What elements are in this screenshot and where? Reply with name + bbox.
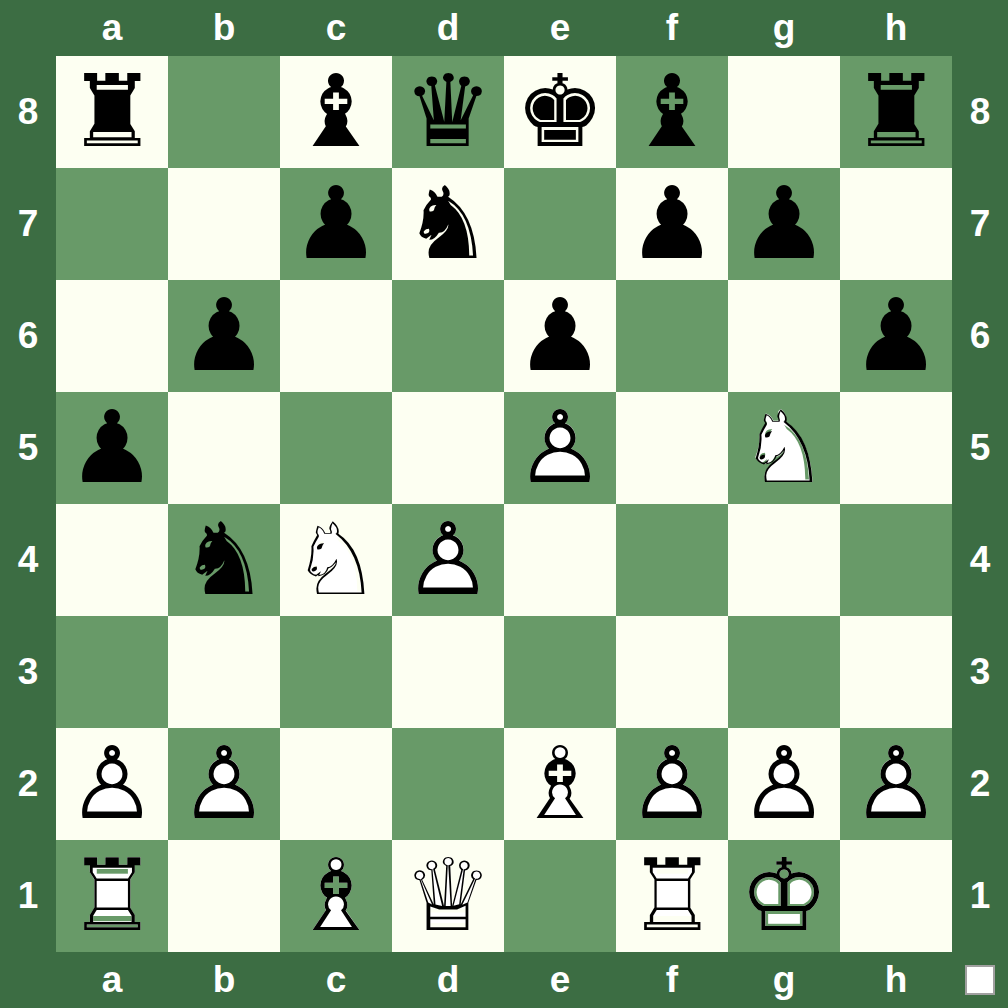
square-c2[interactable] (280, 728, 392, 840)
white-to-move-indicator (965, 965, 995, 995)
black-piece-glyph-d8: ♛ (392, 56, 504, 168)
file-label-f-top: f (616, 0, 728, 56)
white-piece-outline-d4: ♙ (392, 504, 504, 616)
rank-label-7-left: 7 (0, 168, 56, 280)
square-a8[interactable]: ♜ (56, 56, 168, 168)
square-f2[interactable]: ♟♙ (616, 728, 728, 840)
white-piece-outline-e2: ♗ (504, 728, 616, 840)
square-d6[interactable] (392, 280, 504, 392)
square-e6[interactable]: ♟ (504, 280, 616, 392)
square-a2[interactable]: ♟♙ (56, 728, 168, 840)
square-d8[interactable]: ♛ (392, 56, 504, 168)
square-h8[interactable]: ♜ (840, 56, 952, 168)
black-bishop-f8[interactable]: ♝ (616, 56, 728, 168)
chess-board: abcdefgh8♜♝♛♚♝♜87♟♞♟♟76♟♟♟65♟♟♙♞♘54♞♞♘♟♙… (0, 0, 1008, 1008)
rank-label-6-left: 6 (0, 280, 56, 392)
rank-label-2-right: 2 (952, 728, 1008, 840)
square-g4[interactable] (728, 504, 840, 616)
black-piece-glyph-f8: ♝ (616, 56, 728, 168)
square-f6[interactable] (616, 280, 728, 392)
white-piece-outline-g2: ♙ (728, 728, 840, 840)
black-piece-glyph-b6: ♟ (168, 280, 280, 392)
square-b5[interactable] (168, 392, 280, 504)
black-piece-glyph-f7: ♟ (616, 168, 728, 280)
square-e7[interactable] (504, 168, 616, 280)
square-d4[interactable]: ♟♙ (392, 504, 504, 616)
square-b2[interactable]: ♟♙ (168, 728, 280, 840)
black-pawn-a5[interactable]: ♟ (56, 392, 168, 504)
square-h6[interactable]: ♟ (840, 280, 952, 392)
black-rook-a8[interactable]: ♜ (56, 56, 168, 168)
rank-label-4-right: 4 (952, 504, 1008, 616)
board-border-corner-top-right (952, 0, 1008, 56)
white-pawn-h2[interactable]: ♟♙ (840, 728, 952, 840)
file-label-c-bottom: c (280, 952, 392, 1008)
square-h2[interactable]: ♟♙ (840, 728, 952, 840)
white-piece-outline-f1: ♖ (616, 840, 728, 952)
white-piece-outline-a2: ♙ (56, 728, 168, 840)
rank-label-3-right: 3 (952, 616, 1008, 728)
square-c8[interactable]: ♝ (280, 56, 392, 168)
white-pawn-a2[interactable]: ♟♙ (56, 728, 168, 840)
black-piece-glyph-b4: ♞ (168, 504, 280, 616)
white-piece-outline-f2: ♙ (616, 728, 728, 840)
square-g1[interactable]: ♚♔ (728, 840, 840, 952)
file-label-d-bottom: d (392, 952, 504, 1008)
white-pawn-f2[interactable]: ♟♙ (616, 728, 728, 840)
white-knight-g5[interactable]: ♞♘ (728, 392, 840, 504)
file-label-f-bottom: f (616, 952, 728, 1008)
square-c5[interactable] (280, 392, 392, 504)
square-e2[interactable]: ♝♗ (504, 728, 616, 840)
black-piece-glyph-e6: ♟ (504, 280, 616, 392)
file-label-b-top: b (168, 0, 280, 56)
square-c7[interactable]: ♟ (280, 168, 392, 280)
white-piece-outline-g1: ♔ (728, 840, 840, 952)
square-b6[interactable]: ♟ (168, 280, 280, 392)
board-border-corner-bottom-right (952, 952, 1008, 1008)
rank-label-8-left: 8 (0, 56, 56, 168)
black-piece-glyph-g7: ♟ (728, 168, 840, 280)
rank-label-2-left: 2 (0, 728, 56, 840)
white-bishop-e2[interactable]: ♝♗ (504, 728, 616, 840)
black-king-e8[interactable]: ♚ (504, 56, 616, 168)
white-piece-outline-b2: ♙ (168, 728, 280, 840)
square-h1[interactable] (840, 840, 952, 952)
square-f5[interactable] (616, 392, 728, 504)
black-rook-h8[interactable]: ♜ (840, 56, 952, 168)
rank-label-5-left: 5 (0, 392, 56, 504)
square-a1[interactable]: ♜♖ (56, 840, 168, 952)
white-queen-d1[interactable]: ♛♕ (392, 840, 504, 952)
rank-label-8-right: 8 (952, 56, 1008, 168)
square-e8[interactable]: ♚ (504, 56, 616, 168)
black-pawn-e6[interactable]: ♟ (504, 280, 616, 392)
square-a6[interactable] (56, 280, 168, 392)
black-pawn-g7[interactable]: ♟ (728, 168, 840, 280)
square-a4[interactable] (56, 504, 168, 616)
black-knight-b4[interactable]: ♞ (168, 504, 280, 616)
file-label-g-top: g (728, 0, 840, 56)
white-pawn-d4[interactable]: ♟♙ (392, 504, 504, 616)
black-piece-glyph-a8: ♜ (56, 56, 168, 168)
white-bishop-c1[interactable]: ♝♗ (280, 840, 392, 952)
black-piece-glyph-e8: ♚ (504, 56, 616, 168)
black-knight-d7[interactable]: ♞ (392, 168, 504, 280)
rank-label-7-right: 7 (952, 168, 1008, 280)
square-b4[interactable]: ♞ (168, 504, 280, 616)
square-a7[interactable] (56, 168, 168, 280)
square-d3[interactable] (392, 616, 504, 728)
rank-label-5-right: 5 (952, 392, 1008, 504)
square-c4[interactable]: ♞♘ (280, 504, 392, 616)
white-rook-f1[interactable]: ♜♖ (616, 840, 728, 952)
file-label-h-bottom: h (840, 952, 952, 1008)
square-b7[interactable] (168, 168, 280, 280)
file-label-e-bottom: e (504, 952, 616, 1008)
white-king-g1[interactable]: ♚♔ (728, 840, 840, 952)
white-rook-a1[interactable]: ♜♖ (56, 840, 168, 952)
file-label-a-top: a (56, 0, 168, 56)
black-piece-glyph-c7: ♟ (280, 168, 392, 280)
square-e5[interactable]: ♟♙ (504, 392, 616, 504)
square-e1[interactable] (504, 840, 616, 952)
black-queen-d8[interactable]: ♛ (392, 56, 504, 168)
file-label-c-top: c (280, 0, 392, 56)
square-g5[interactable]: ♞♘ (728, 392, 840, 504)
black-piece-glyph-d7: ♞ (392, 168, 504, 280)
black-pawn-f7[interactable]: ♟ (616, 168, 728, 280)
rank-label-1-right: 1 (952, 840, 1008, 952)
white-piece-outline-e5: ♙ (504, 392, 616, 504)
square-d1[interactable]: ♛♕ (392, 840, 504, 952)
square-b1[interactable] (168, 840, 280, 952)
file-label-d-top: d (392, 0, 504, 56)
black-pawn-c7[interactable]: ♟ (280, 168, 392, 280)
file-label-b-bottom: b (168, 952, 280, 1008)
white-piece-outline-g5: ♘ (728, 392, 840, 504)
square-g2[interactable]: ♟♙ (728, 728, 840, 840)
square-c3[interactable] (280, 616, 392, 728)
square-a5[interactable]: ♟ (56, 392, 168, 504)
black-piece-glyph-a5: ♟ (56, 392, 168, 504)
file-label-h-top: h (840, 0, 952, 56)
square-g3[interactable] (728, 616, 840, 728)
black-piece-glyph-h8: ♜ (840, 56, 952, 168)
square-a3[interactable] (56, 616, 168, 728)
square-h7[interactable] (840, 168, 952, 280)
black-pawn-b6[interactable]: ♟ (168, 280, 280, 392)
square-h5[interactable] (840, 392, 952, 504)
rank-label-6-right: 6 (952, 280, 1008, 392)
white-piece-outline-d1: ♕ (392, 840, 504, 952)
white-piece-outline-a1: ♖ (56, 840, 168, 952)
square-d7[interactable]: ♞ (392, 168, 504, 280)
rank-label-3-left: 3 (0, 616, 56, 728)
square-f4[interactable] (616, 504, 728, 616)
white-pawn-g2[interactable]: ♟♙ (728, 728, 840, 840)
white-pawn-b2[interactable]: ♟♙ (168, 728, 280, 840)
square-e4[interactable] (504, 504, 616, 616)
white-pawn-e5[interactable]: ♟♙ (504, 392, 616, 504)
square-d5[interactable] (392, 392, 504, 504)
square-g6[interactable] (728, 280, 840, 392)
square-h3[interactable] (840, 616, 952, 728)
square-b8[interactable] (168, 56, 280, 168)
square-e3[interactable] (504, 616, 616, 728)
rank-label-4-left: 4 (0, 504, 56, 616)
square-f1[interactable]: ♜♖ (616, 840, 728, 952)
square-f8[interactable]: ♝ (616, 56, 728, 168)
square-g7[interactable]: ♟ (728, 168, 840, 280)
file-label-g-bottom: g (728, 952, 840, 1008)
board-border-corner-bottom-left (0, 952, 56, 1008)
file-label-a-bottom: a (56, 952, 168, 1008)
square-h4[interactable] (840, 504, 952, 616)
square-c1[interactable]: ♝♗ (280, 840, 392, 952)
white-piece-outline-h2: ♙ (840, 728, 952, 840)
square-c6[interactable] (280, 280, 392, 392)
board-border-corner-top-left (0, 0, 56, 56)
black-piece-glyph-h6: ♟ (840, 280, 952, 392)
white-piece-outline-c1: ♗ (280, 840, 392, 952)
rank-label-1-left: 1 (0, 840, 56, 952)
square-f7[interactable]: ♟ (616, 168, 728, 280)
square-b3[interactable] (168, 616, 280, 728)
square-d2[interactable] (392, 728, 504, 840)
black-piece-glyph-c8: ♝ (280, 56, 392, 168)
white-knight-c4[interactable]: ♞♘ (280, 504, 392, 616)
black-pawn-h6[interactable]: ♟ (840, 280, 952, 392)
square-f3[interactable] (616, 616, 728, 728)
black-bishop-c8[interactable]: ♝ (280, 56, 392, 168)
file-label-e-top: e (504, 0, 616, 56)
white-piece-outline-c4: ♘ (280, 504, 392, 616)
square-g8[interactable] (728, 56, 840, 168)
